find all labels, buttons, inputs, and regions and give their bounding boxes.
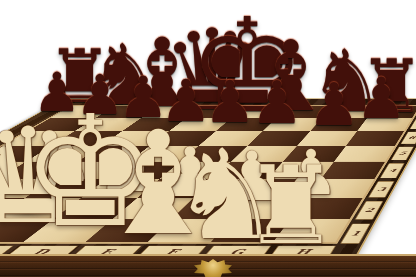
piece-black-pawn-h7: ♟: [355, 70, 406, 127]
piece-white-rook-h1: ♜: [243, 152, 340, 260]
chess-set-photo: ABCDEFGH 87654321 ♜♞♝♛♚♝♞♜♟♟♟♟♟♟♟♟♟♟♟♟♟♟…: [0, 0, 416, 277]
piece-black-pawn-g7: ♟: [308, 75, 361, 134]
square-h5: [334, 146, 395, 162]
piece-white-bishop-c1: ♝: [0, 117, 24, 255]
